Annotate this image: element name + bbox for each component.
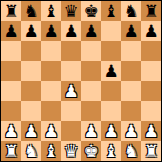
- square-g4[interactable]: [121, 81, 141, 101]
- black-rook-icon: ♜: [143, 1, 158, 21]
- black-pawn-icon: ♟: [23, 21, 38, 41]
- square-b5[interactable]: [21, 61, 41, 81]
- square-a7[interactable]: ♟: [1, 21, 21, 41]
- square-e6[interactable]: [81, 41, 101, 61]
- square-b7[interactable]: ♟: [21, 21, 41, 41]
- square-d7[interactable]: ♟: [61, 21, 81, 41]
- square-e7[interactable]: ♟: [81, 21, 101, 41]
- black-pawn-icon: ♟: [103, 61, 118, 81]
- square-c4[interactable]: [41, 81, 61, 101]
- square-h3[interactable]: [141, 101, 161, 121]
- black-knight-icon: ♞: [23, 1, 38, 21]
- white-rook-icon: ♜: [143, 141, 158, 161]
- white-pawn-icon: ♟: [83, 121, 98, 141]
- square-e2[interactable]: ♟: [81, 121, 101, 141]
- square-b2[interactable]: ♟: [21, 121, 41, 141]
- square-h8[interactable]: ♜: [141, 1, 161, 21]
- black-pawn-icon: ♟: [63, 21, 78, 41]
- square-c1[interactable]: ♝: [41, 141, 61, 161]
- square-d2[interactable]: [61, 121, 81, 141]
- black-pawn-icon: ♟: [83, 21, 98, 41]
- square-f3[interactable]: [101, 101, 121, 121]
- square-h6[interactable]: [141, 41, 161, 61]
- square-a2[interactable]: ♟: [1, 121, 21, 141]
- white-pawn-icon: ♟: [63, 81, 78, 101]
- white-pawn-icon: ♟: [123, 121, 138, 141]
- white-pawn-icon: ♟: [43, 121, 58, 141]
- square-b8[interactable]: ♞: [21, 1, 41, 21]
- square-a5[interactable]: [1, 61, 21, 81]
- square-g7[interactable]: ♟: [121, 21, 141, 41]
- square-a8[interactable]: ♜: [1, 1, 21, 21]
- square-f1[interactable]: ♝: [101, 141, 121, 161]
- square-g1[interactable]: ♞: [121, 141, 141, 161]
- black-pawn-icon: ♟: [3, 21, 18, 41]
- square-f5[interactable]: ♟: [101, 61, 121, 81]
- square-d3[interactable]: [61, 101, 81, 121]
- black-queen-icon: ♛: [63, 1, 78, 21]
- square-a4[interactable]: [1, 81, 21, 101]
- square-f2[interactable]: ♟: [101, 121, 121, 141]
- black-rook-icon: ♜: [3, 1, 18, 21]
- black-bishop-icon: ♝: [43, 1, 58, 21]
- square-c3[interactable]: [41, 101, 61, 121]
- square-a6[interactable]: [1, 41, 21, 61]
- square-c2[interactable]: ♟: [41, 121, 61, 141]
- black-bishop-icon: ♝: [103, 1, 118, 21]
- square-e3[interactable]: [81, 101, 101, 121]
- white-queen-icon: ♛: [63, 141, 78, 161]
- white-bishop-icon: ♝: [103, 141, 118, 161]
- square-f8[interactable]: ♝: [101, 1, 121, 21]
- square-d1[interactable]: ♛: [61, 141, 81, 161]
- white-knight-icon: ♞: [23, 141, 38, 161]
- square-d4[interactable]: ♟: [61, 81, 81, 101]
- white-pawn-icon: ♟: [103, 121, 118, 141]
- square-g2[interactable]: ♟: [121, 121, 141, 141]
- square-a3[interactable]: [1, 101, 21, 121]
- square-b1[interactable]: ♞: [21, 141, 41, 161]
- square-h7[interactable]: ♟: [141, 21, 161, 41]
- square-c6[interactable]: [41, 41, 61, 61]
- square-f7[interactable]: [101, 21, 121, 41]
- square-d6[interactable]: [61, 41, 81, 61]
- black-pawn-icon: ♟: [43, 21, 58, 41]
- square-a1[interactable]: ♜: [1, 141, 21, 161]
- white-pawn-icon: ♟: [3, 121, 18, 141]
- square-d8[interactable]: ♛: [61, 1, 81, 21]
- square-c5[interactable]: [41, 61, 61, 81]
- square-b3[interactable]: [21, 101, 41, 121]
- white-bishop-icon: ♝: [43, 141, 58, 161]
- square-h5[interactable]: [141, 61, 161, 81]
- square-g3[interactable]: [121, 101, 141, 121]
- white-pawn-icon: ♟: [143, 121, 158, 141]
- square-e4[interactable]: [81, 81, 101, 101]
- square-c8[interactable]: ♝: [41, 1, 61, 21]
- square-h2[interactable]: ♟: [141, 121, 161, 141]
- square-h4[interactable]: [141, 81, 161, 101]
- square-b6[interactable]: [21, 41, 41, 61]
- square-c7[interactable]: ♟: [41, 21, 61, 41]
- white-rook-icon: ♜: [3, 141, 18, 161]
- black-pawn-icon: ♟: [123, 21, 138, 41]
- square-e1[interactable]: ♚: [81, 141, 101, 161]
- square-f6[interactable]: [101, 41, 121, 61]
- black-king-icon: ♚: [83, 1, 98, 21]
- white-king-icon: ♚: [83, 141, 98, 161]
- square-h1[interactable]: ♜: [141, 141, 161, 161]
- square-d5[interactable]: [61, 61, 81, 81]
- white-pawn-icon: ♟: [23, 121, 38, 141]
- chess-board: ♜♞♝♛♚♝♞♜♟♟♟♟♟♟♟♟♟♟♟♟♟♟♟♟♜♞♝♛♚♝♞♜: [0, 0, 162, 162]
- square-b4[interactable]: [21, 81, 41, 101]
- black-pawn-icon: ♟: [143, 21, 158, 41]
- black-knight-icon: ♞: [123, 1, 138, 21]
- square-g5[interactable]: [121, 61, 141, 81]
- square-e5[interactable]: [81, 61, 101, 81]
- square-f4[interactable]: [101, 81, 121, 101]
- square-g8[interactable]: ♞: [121, 1, 141, 21]
- square-g6[interactable]: [121, 41, 141, 61]
- white-knight-icon: ♞: [123, 141, 138, 161]
- square-e8[interactable]: ♚: [81, 1, 101, 21]
